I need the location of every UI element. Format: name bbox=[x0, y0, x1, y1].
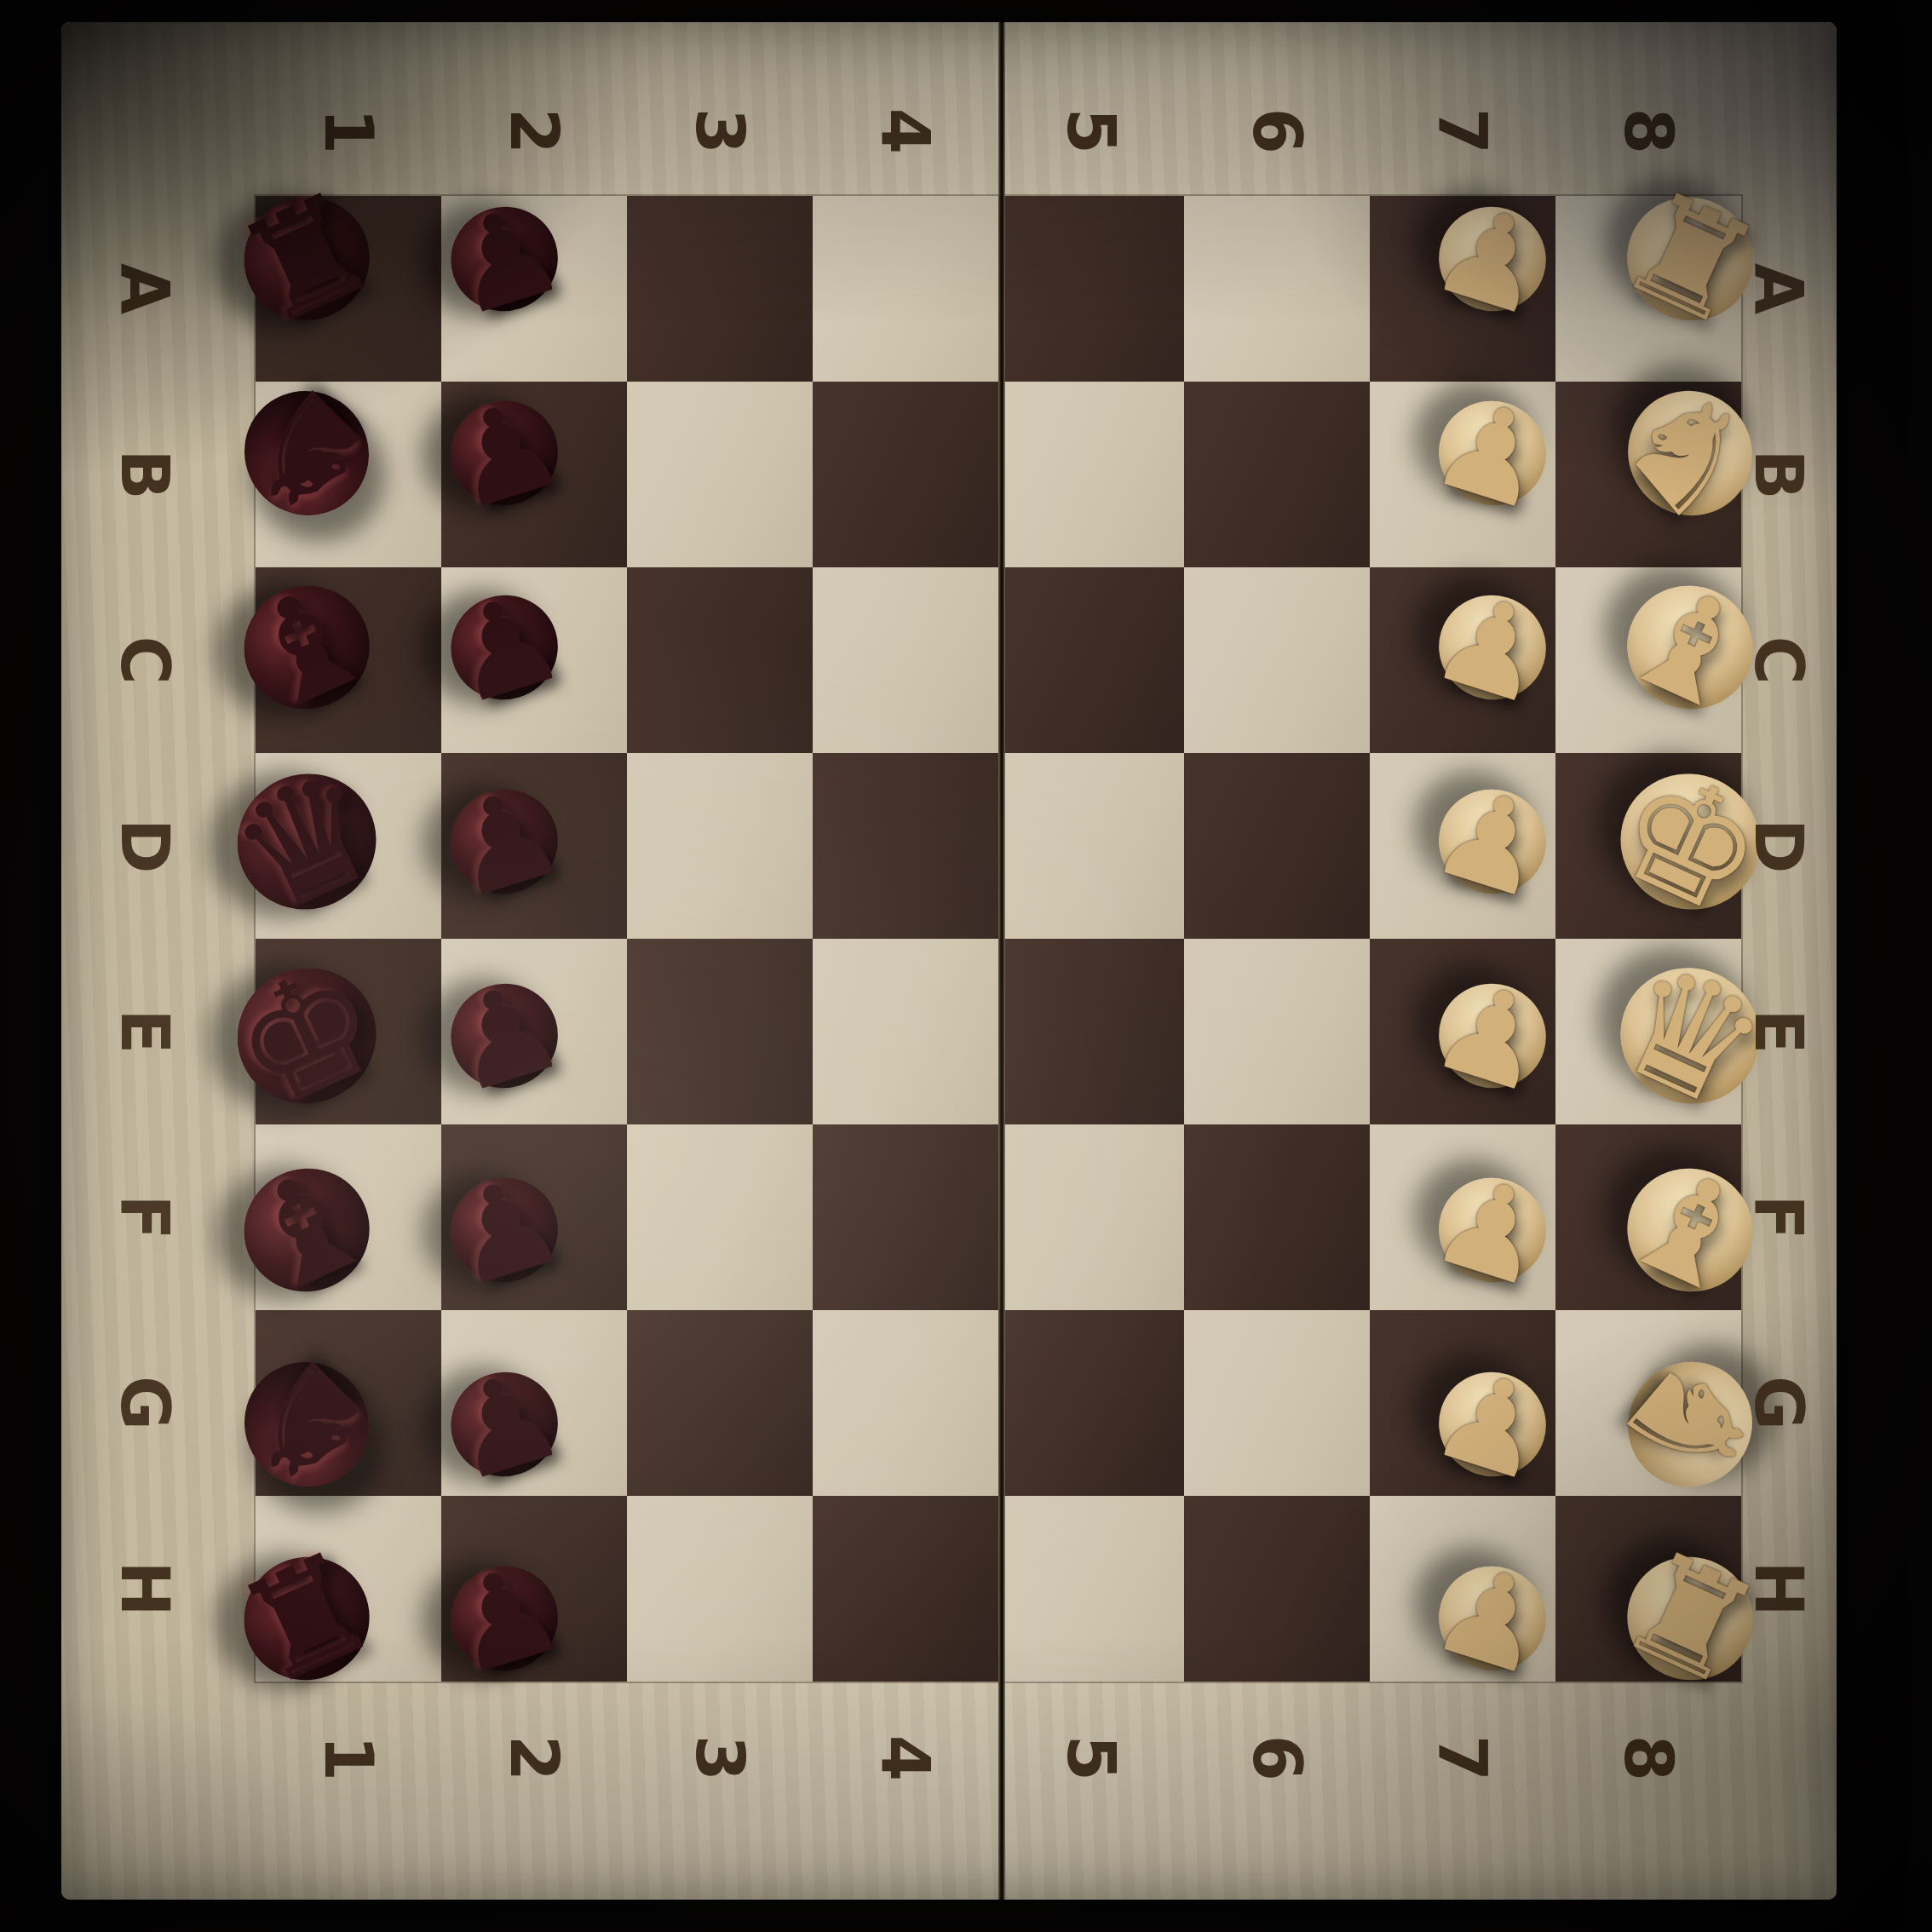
square-c5 bbox=[998, 567, 1184, 753]
square-b2: ♟ bbox=[441, 382, 627, 567]
square-g5 bbox=[998, 1310, 1184, 1496]
square-d4 bbox=[813, 753, 998, 939]
chess-board: 12345678 12345678 ABCDEFGH ABCDEFGH ♜♟♟♜… bbox=[61, 22, 1837, 1900]
file-label-right-a: A bbox=[1686, 256, 1872, 321]
file-label-right-d: D bbox=[1686, 814, 1872, 878]
square-d3 bbox=[627, 753, 813, 939]
file-label-left-d: D bbox=[52, 814, 238, 878]
rank-label-bottom-5: 5 bbox=[1059, 1665, 1124, 1851]
square-e2: ♟ bbox=[441, 939, 627, 1124]
rank-label-top-7: 7 bbox=[1430, 38, 1495, 224]
square-d6 bbox=[1184, 753, 1370, 939]
file-label-left-f: F bbox=[52, 1185, 238, 1250]
square-b6 bbox=[1184, 382, 1370, 567]
square-f5 bbox=[998, 1124, 1184, 1310]
photo-scene: 12345678 12345678 ABCDEFGH ABCDEFGH ♜♟♟♜… bbox=[0, 0, 1932, 1932]
file-label-left-b: B bbox=[52, 442, 238, 507]
file-label-left-a: A bbox=[52, 256, 238, 321]
square-c7: ♟ bbox=[1370, 567, 1555, 753]
rank-label-bottom-6: 6 bbox=[1245, 1665, 1309, 1851]
square-h5 bbox=[998, 1496, 1184, 1682]
square-f6 bbox=[1184, 1124, 1370, 1310]
square-d5 bbox=[998, 753, 1184, 939]
square-g7: ♟ bbox=[1370, 1310, 1555, 1496]
square-h4 bbox=[813, 1496, 998, 1682]
rank-label-top-5: 5 bbox=[1059, 38, 1124, 224]
square-c2: ♟ bbox=[441, 567, 627, 753]
square-d7: ♟ bbox=[1370, 753, 1555, 939]
square-e5 bbox=[998, 939, 1184, 1124]
square-h3 bbox=[627, 1496, 813, 1682]
square-b4 bbox=[813, 382, 998, 567]
square-b7: ♟ bbox=[1370, 382, 1555, 567]
rank-label-bottom-8: 8 bbox=[1616, 1665, 1681, 1851]
rank-label-top-8: 8 bbox=[1616, 38, 1681, 224]
square-f3 bbox=[627, 1124, 813, 1310]
rank-label-bottom-7: 7 bbox=[1430, 1665, 1495, 1851]
square-f4 bbox=[813, 1124, 998, 1310]
square-e6 bbox=[1184, 939, 1370, 1124]
square-b3 bbox=[627, 382, 813, 567]
square-c3 bbox=[627, 567, 813, 753]
file-label-right-e: E bbox=[1686, 999, 1872, 1064]
square-f2: ♟ bbox=[441, 1124, 627, 1310]
rank-label-top-2: 2 bbox=[502, 38, 566, 224]
file-label-right-h: H bbox=[1686, 1556, 1872, 1621]
rank-label-top-4: 4 bbox=[873, 38, 938, 224]
file-label-right-c: C bbox=[1686, 628, 1872, 693]
rank-label-bottom-3: 3 bbox=[687, 1665, 752, 1851]
square-h6 bbox=[1184, 1496, 1370, 1682]
square-g3 bbox=[627, 1310, 813, 1496]
file-labels-left: ABCDEFGH bbox=[112, 196, 177, 1682]
square-e3 bbox=[627, 939, 813, 1124]
square-g4 bbox=[813, 1310, 998, 1496]
square-g6 bbox=[1184, 1310, 1370, 1496]
board-fold-seam bbox=[998, 22, 1005, 1900]
rank-label-top-1: 1 bbox=[316, 38, 381, 224]
rank-label-top-3: 3 bbox=[687, 38, 752, 224]
square-c6 bbox=[1184, 567, 1370, 753]
rank-label-top-6: 6 bbox=[1245, 38, 1309, 224]
file-labels-right: ABCDEFGH bbox=[1746, 196, 1811, 1682]
square-d2: ♟ bbox=[441, 753, 627, 939]
file-label-left-e: E bbox=[52, 999, 238, 1064]
square-e7: ♟ bbox=[1370, 939, 1555, 1124]
rank-label-bottom-4: 4 bbox=[873, 1665, 938, 1851]
file-label-right-b: B bbox=[1686, 442, 1872, 507]
square-e4 bbox=[813, 939, 998, 1124]
file-label-right-f: F bbox=[1686, 1185, 1872, 1250]
rank-label-bottom-1: 1 bbox=[316, 1665, 381, 1851]
square-b5 bbox=[998, 382, 1184, 567]
file-label-left-g: G bbox=[52, 1371, 238, 1435]
file-label-left-h: H bbox=[52, 1556, 238, 1621]
square-f7: ♟ bbox=[1370, 1124, 1555, 1310]
square-g2: ♟ bbox=[441, 1310, 627, 1496]
square-c4 bbox=[813, 567, 998, 753]
file-label-right-g: G bbox=[1686, 1371, 1872, 1435]
rank-label-bottom-2: 2 bbox=[502, 1665, 566, 1851]
file-label-left-c: C bbox=[52, 628, 238, 693]
